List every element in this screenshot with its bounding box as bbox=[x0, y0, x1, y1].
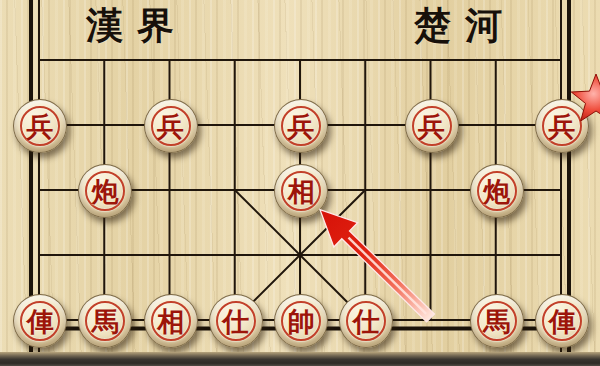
piece-red-pawn[interactable]: 兵 bbox=[274, 99, 328, 153]
piece-red-pawn[interactable]: 兵 bbox=[535, 99, 589, 153]
piece-character: 兵 bbox=[549, 113, 576, 140]
piece-character: 炮 bbox=[92, 178, 119, 205]
piece-red-pawn[interactable]: 兵 bbox=[13, 99, 67, 153]
piece-red-general[interactable]: 帥 bbox=[274, 294, 328, 348]
piece-character: 馬 bbox=[483, 308, 510, 335]
piece-character: 俥 bbox=[549, 308, 576, 335]
piece-character: 俥 bbox=[27, 308, 54, 335]
board-bottom-edge bbox=[0, 352, 600, 366]
piece-character: 兵 bbox=[418, 113, 445, 140]
piece-red-chariot[interactable]: 俥 bbox=[535, 294, 589, 348]
xiangqi-board[interactable]: 漢界 楚河 bbox=[0, 0, 600, 366]
piece-character: 馬 bbox=[92, 308, 119, 335]
piece-character: 兵 bbox=[157, 113, 184, 140]
piece-red-elephant[interactable]: 相 bbox=[144, 294, 198, 348]
piece-red-cannon[interactable]: 炮 bbox=[78, 164, 132, 218]
piece-red-cannon[interactable]: 炮 bbox=[470, 164, 524, 218]
piece-character: 相 bbox=[157, 308, 184, 335]
piece-character: 仕 bbox=[222, 308, 249, 335]
piece-red-horse[interactable]: 馬 bbox=[470, 294, 524, 348]
piece-character: 兵 bbox=[27, 113, 54, 140]
piece-character: 炮 bbox=[483, 178, 510, 205]
piece-red-elephant[interactable]: 相 bbox=[274, 164, 328, 218]
piece-character: 仕 bbox=[353, 308, 380, 335]
piece-red-advisor[interactable]: 仕 bbox=[339, 294, 393, 348]
piece-red-pawn[interactable]: 兵 bbox=[405, 99, 459, 153]
piece-character: 兵 bbox=[288, 113, 315, 140]
piece-red-horse[interactable]: 馬 bbox=[78, 294, 132, 348]
piece-character: 相 bbox=[288, 178, 315, 205]
piece-red-advisor[interactable]: 仕 bbox=[209, 294, 263, 348]
piece-red-chariot[interactable]: 俥 bbox=[13, 294, 67, 348]
piece-red-pawn[interactable]: 兵 bbox=[144, 99, 198, 153]
pieces-layer: 兵兵兵兵兵炮相炮俥馬相仕帥仕馬俥 bbox=[0, 0, 600, 366]
piece-character: 帥 bbox=[288, 308, 315, 335]
